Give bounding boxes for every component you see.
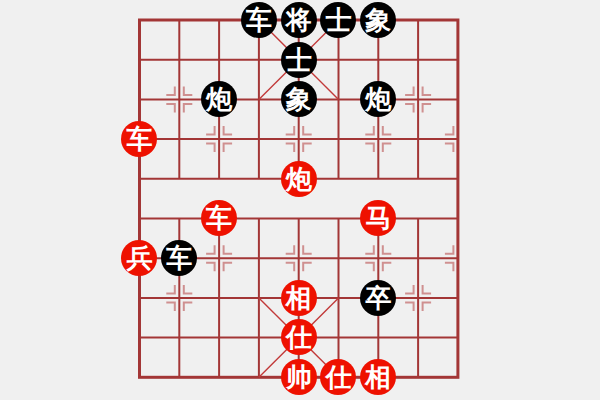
piece-black-elephant[interactable]: 象: [281, 81, 317, 117]
board-point: 士: [319, 0, 359, 40]
piece-black-elephant[interactable]: 象: [360, 2, 396, 38]
board-point: 帅: [279, 357, 319, 397]
piece-red-chariot[interactable]: 车: [201, 200, 237, 236]
piece-black-chariot[interactable]: 车: [241, 2, 277, 38]
piece-black-advisor[interactable]: 士: [281, 42, 317, 78]
board-point: 象: [279, 80, 319, 120]
piece-red-chariot[interactable]: 车: [121, 121, 157, 157]
piece-red-cannon[interactable]: 炮: [281, 161, 317, 197]
xiangqi-board[interactable]: 车将士象士炮象炮车炮车马兵车相卒仕帅仕相: [0, 0, 600, 400]
piece-red-elephant[interactable]: 相: [360, 359, 396, 395]
piece-black-advisor[interactable]: 士: [320, 2, 356, 38]
board-point: 相: [358, 357, 398, 397]
piece-black-general[interactable]: 将: [281, 2, 317, 38]
piece-red-general[interactable]: 帅: [281, 359, 317, 395]
board-point: 车: [239, 0, 279, 40]
board-point: 兵: [120, 238, 160, 278]
board-grid: 车将士象士炮象炮车炮车马兵车相卒仕帅仕相: [120, 0, 478, 397]
board-point: 车: [159, 238, 199, 278]
board-point: 炮: [358, 80, 398, 120]
board-point: 马: [358, 199, 398, 239]
board-point: 车: [199, 199, 239, 239]
board-point: 炮: [199, 80, 239, 120]
board-point: 卒: [358, 278, 398, 318]
board-point: 象: [358, 0, 398, 40]
piece-black-soldier[interactable]: 卒: [360, 280, 396, 316]
piece-red-horse[interactable]: 马: [360, 200, 396, 236]
board-point: 将: [279, 0, 319, 40]
board-point: 炮: [279, 159, 319, 199]
piece-black-cannon[interactable]: 炮: [360, 81, 396, 117]
piece-red-advisor[interactable]: 仕: [281, 319, 317, 355]
board-point: 相: [279, 278, 319, 318]
piece-red-advisor[interactable]: 仕: [320, 359, 356, 395]
piece-red-soldier[interactable]: 兵: [121, 240, 157, 276]
board-point: 仕: [279, 318, 319, 358]
board-point: 仕: [319, 357, 359, 397]
piece-red-elephant[interactable]: 相: [281, 280, 317, 316]
board-point: 车: [120, 119, 160, 159]
piece-black-cannon[interactable]: 炮: [201, 81, 237, 117]
board-point: 士: [279, 40, 319, 80]
piece-black-chariot[interactable]: 车: [161, 240, 197, 276]
